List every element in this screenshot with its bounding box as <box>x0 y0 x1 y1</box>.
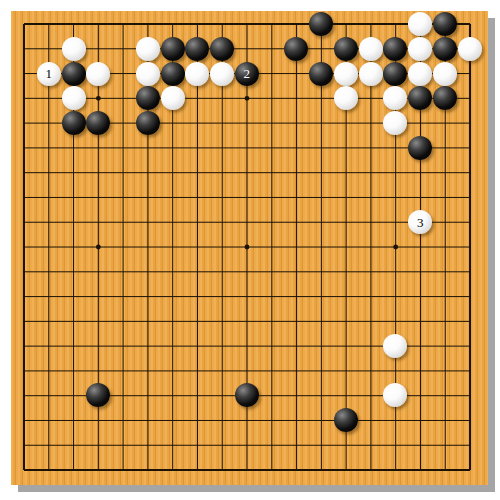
black-stone[interactable] <box>334 408 358 432</box>
black-stone[interactable] <box>408 136 432 160</box>
white-stone[interactable] <box>185 62 209 86</box>
white-stone[interactable] <box>86 62 110 86</box>
white-stone-move-3[interactable]: 3 <box>408 210 432 234</box>
black-stone[interactable] <box>86 383 110 407</box>
black-stone[interactable] <box>136 86 160 110</box>
black-stone[interactable] <box>309 12 333 36</box>
black-stone[interactable] <box>309 62 333 86</box>
white-stone-move-1[interactable]: 1 <box>37 62 61 86</box>
white-stone[interactable] <box>433 62 457 86</box>
black-stone[interactable] <box>62 62 86 86</box>
white-stone[interactable] <box>210 62 234 86</box>
white-stone[interactable] <box>408 37 432 61</box>
black-stone[interactable] <box>136 111 160 135</box>
black-stone[interactable] <box>408 86 432 110</box>
go-board[interactable]: 123 <box>11 11 488 485</box>
white-stone[interactable] <box>62 37 86 61</box>
white-stone[interactable] <box>383 383 407 407</box>
black-stone[interactable] <box>161 37 185 61</box>
black-stone[interactable] <box>433 12 457 36</box>
white-stone[interactable] <box>383 111 407 135</box>
black-stone[interactable] <box>210 37 234 61</box>
white-stone[interactable] <box>334 86 358 110</box>
page-background: 123 <box>0 0 500 500</box>
black-stone[interactable] <box>383 37 407 61</box>
white-stone[interactable] <box>408 12 432 36</box>
white-stone[interactable] <box>359 37 383 61</box>
black-stone[interactable] <box>433 37 457 61</box>
black-stone[interactable] <box>433 86 457 110</box>
white-stone[interactable] <box>383 86 407 110</box>
black-stone-move-2[interactable]: 2 <box>235 62 259 86</box>
white-stone[interactable] <box>136 62 160 86</box>
white-stone[interactable] <box>383 334 407 358</box>
white-stone[interactable] <box>161 86 185 110</box>
white-stone[interactable] <box>62 86 86 110</box>
white-stone[interactable] <box>136 37 160 61</box>
black-stone[interactable] <box>334 37 358 61</box>
white-stone[interactable] <box>334 62 358 86</box>
white-stone[interactable] <box>458 37 482 61</box>
black-stone[interactable] <box>185 37 209 61</box>
black-stone[interactable] <box>62 111 86 135</box>
black-stone[interactable] <box>86 111 110 135</box>
black-stone[interactable] <box>284 37 308 61</box>
black-stone[interactable] <box>161 62 185 86</box>
stone-layer: 123 <box>12 12 483 483</box>
white-stone[interactable] <box>359 62 383 86</box>
white-stone[interactable] <box>408 62 432 86</box>
black-stone[interactable] <box>235 383 259 407</box>
black-stone[interactable] <box>383 62 407 86</box>
